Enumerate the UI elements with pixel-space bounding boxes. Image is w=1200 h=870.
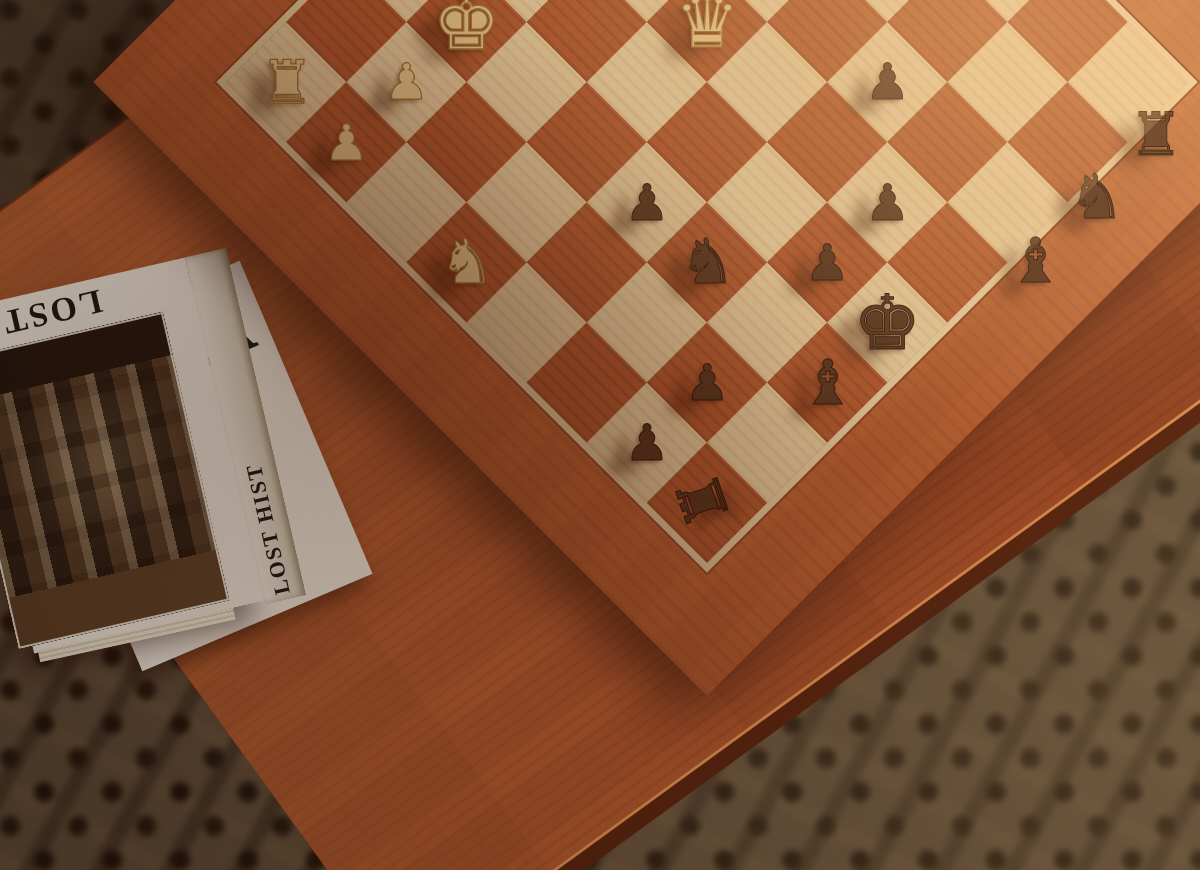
piece-black-pawn-f3[interactable]: ♟ [865,57,910,107]
piece-white-queen-e5[interactable]: ♛ [675,0,740,58]
piece-black-pawn-e2[interactable]: ♟ [865,177,910,227]
piece-black-pawn-d2[interactable]: ♟ [805,237,850,287]
piece-black-pawn-b2[interactable]: ♟ [685,358,730,408]
book[interactable]: LOST H LOST HIST [0,257,264,653]
piece-black-knight-c3[interactable]: ♞ [679,231,735,293]
captured-black-knight[interactable]: ♞ [1069,166,1125,228]
piece-white-knight-a5[interactable]: ♞ [439,231,495,293]
piece-black-rook-a1[interactable]: ♜ [665,465,739,535]
captured-black-rook[interactable]: ♜ [1129,104,1183,164]
scene-photo: { "game": "chess", "scene_type": "overhe… [0,0,1200,870]
piece-black-pawn-c4[interactable]: ♟ [624,177,669,227]
piece-black-king-d1[interactable]: ♚ [853,284,921,360]
piece-black-bishop-c1[interactable]: ♝ [799,352,855,414]
piece-white-pawn-b7[interactable]: ♟ [384,57,429,107]
piece-white-king-c7[interactable]: ♚ [433,0,501,60]
piece-white-pawn-a7[interactable]: ♟ [324,117,369,167]
book-cover-photo [0,312,229,649]
piece-white-rook-a8[interactable]: ♜ [259,52,313,112]
captured-black-bishop[interactable]: ♝ [1008,230,1064,292]
piece-black-pawn-a2[interactable]: ♟ [624,418,669,468]
